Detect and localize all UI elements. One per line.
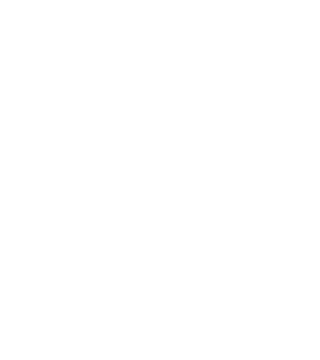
- puzzle-title: [0, 0, 320, 17]
- chess-puzzle-window: [0, 0, 320, 360]
- move-prompt: [0, 337, 320, 360]
- chess-board: [0, 17, 320, 337]
